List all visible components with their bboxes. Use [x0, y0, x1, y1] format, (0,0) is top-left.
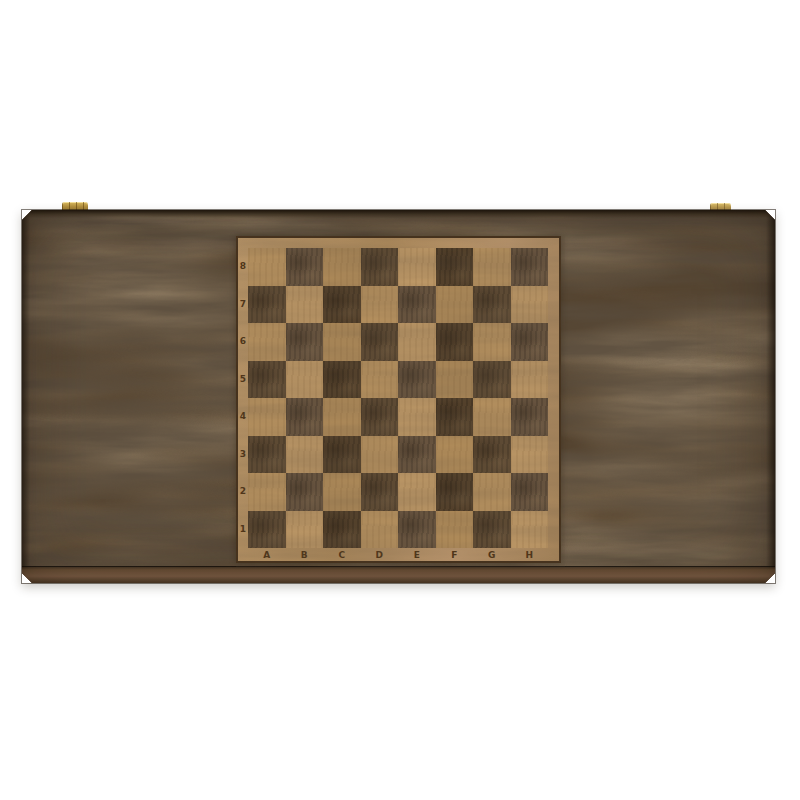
square-g2	[473, 473, 511, 511]
square-e5	[398, 361, 436, 399]
square-c4	[323, 398, 361, 436]
square-f8	[436, 248, 474, 286]
square-g5	[473, 361, 511, 399]
chessboard-grid	[248, 248, 548, 548]
square-f5	[436, 361, 474, 399]
square-a4	[248, 398, 286, 436]
lid-left-bevel	[22, 210, 30, 583]
rank-labels: 87654321	[238, 248, 248, 548]
file-label-g: G	[473, 549, 511, 562]
square-f2	[436, 473, 474, 511]
square-c5	[323, 361, 361, 399]
file-label-h: H	[511, 549, 549, 562]
square-b6	[286, 323, 324, 361]
square-h7	[511, 286, 549, 324]
square-e1	[398, 511, 436, 549]
square-h4	[511, 398, 549, 436]
rank-label-8: 8	[238, 248, 248, 286]
square-d2	[361, 473, 399, 511]
square-c3	[323, 436, 361, 474]
square-h6	[511, 323, 549, 361]
wooden-box-lid: 87654321 ABCDEFGH	[22, 210, 775, 583]
square-h5	[511, 361, 549, 399]
square-b7	[286, 286, 324, 324]
square-a1	[248, 511, 286, 549]
square-b4	[286, 398, 324, 436]
lid-right-bevel	[766, 210, 775, 583]
square-f7	[436, 286, 474, 324]
square-h3	[511, 436, 549, 474]
square-c7	[323, 286, 361, 324]
rank-label-3: 3	[238, 436, 248, 474]
file-label-c: C	[323, 549, 361, 562]
square-e2	[398, 473, 436, 511]
square-e7	[398, 286, 436, 324]
square-d8	[361, 248, 399, 286]
square-g1	[473, 511, 511, 549]
rank-label-6: 6	[238, 323, 248, 361]
file-label-e: E	[398, 549, 436, 562]
file-labels: ABCDEFGH	[248, 549, 548, 562]
square-b3	[286, 436, 324, 474]
square-d1	[361, 511, 399, 549]
square-a2	[248, 473, 286, 511]
square-g8	[473, 248, 511, 286]
square-a6	[248, 323, 286, 361]
square-e3	[398, 436, 436, 474]
rank-label-5: 5	[238, 361, 248, 399]
square-f6	[436, 323, 474, 361]
square-a3	[248, 436, 286, 474]
square-g6	[473, 323, 511, 361]
photo-background: 87654321 ABCDEFGH	[0, 0, 800, 800]
rank-label-2: 2	[238, 473, 248, 511]
file-label-a: A	[248, 549, 286, 562]
square-g7	[473, 286, 511, 324]
square-e4	[398, 398, 436, 436]
square-b8	[286, 248, 324, 286]
square-d5	[361, 361, 399, 399]
square-g4	[473, 398, 511, 436]
square-h2	[511, 473, 549, 511]
square-b1	[286, 511, 324, 549]
rank-label-7: 7	[238, 286, 248, 324]
square-e6	[398, 323, 436, 361]
square-d3	[361, 436, 399, 474]
square-c6	[323, 323, 361, 361]
square-a5	[248, 361, 286, 399]
square-c8	[323, 248, 361, 286]
square-h1	[511, 511, 549, 549]
square-f1	[436, 511, 474, 549]
square-c2	[323, 473, 361, 511]
square-f4	[436, 398, 474, 436]
file-label-d: D	[361, 549, 399, 562]
square-e8	[398, 248, 436, 286]
square-b2	[286, 473, 324, 511]
file-label-b: B	[286, 549, 324, 562]
square-a8	[248, 248, 286, 286]
square-a7	[248, 286, 286, 324]
rank-label-4: 4	[238, 398, 248, 436]
square-b5	[286, 361, 324, 399]
rank-label-1: 1	[238, 511, 248, 549]
square-c1	[323, 511, 361, 549]
chessboard: 87654321 ABCDEFGH	[236, 236, 561, 563]
square-d4	[361, 398, 399, 436]
lid-top-bevel	[22, 210, 775, 218]
lid-bottom-bevel	[22, 566, 775, 583]
square-f3	[436, 436, 474, 474]
file-label-f: F	[436, 549, 474, 562]
square-h8	[511, 248, 549, 286]
square-d6	[361, 323, 399, 361]
square-d7	[361, 286, 399, 324]
square-g3	[473, 436, 511, 474]
